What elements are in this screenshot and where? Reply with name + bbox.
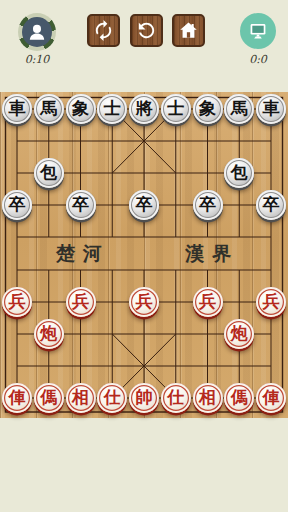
river-label-right: 漢界	[177, 241, 239, 267]
piece-red-f5r9[interactable]: 仕	[161, 383, 191, 413]
person-icon	[26, 21, 48, 43]
sync-arrows-icon	[92, 19, 115, 42]
player-timer: 0:10	[16, 53, 58, 66]
piece-red-f0r6[interactable]: 兵	[2, 287, 32, 317]
piece-red-f0r9[interactable]: 俥	[2, 383, 32, 413]
piece-red-f4r6[interactable]: 兵	[129, 287, 159, 317]
piece-red-f2r9[interactable]: 相	[66, 383, 96, 413]
piece-black-f1r0[interactable]: 馬	[34, 94, 64, 124]
piece-black-f6r3[interactable]: 卒	[193, 190, 223, 220]
piece-red-f4r9[interactable]: 帥	[129, 383, 159, 413]
piece-black-f1r2[interactable]: 包	[34, 158, 64, 188]
piece-red-f8r9[interactable]: 俥	[256, 383, 286, 413]
piece-black-f8r3[interactable]: 卒	[256, 190, 286, 220]
piece-black-f2r3[interactable]: 卒	[66, 190, 96, 220]
piece-black-f2r0[interactable]: 象	[66, 94, 96, 124]
piece-red-f1r9[interactable]: 傌	[34, 383, 64, 413]
piece-black-f6r0[interactable]: 象	[193, 94, 223, 124]
piece-black-f0r3[interactable]: 卒	[2, 190, 32, 220]
river-label-left: 楚河	[48, 241, 110, 267]
piece-black-f5r0[interactable]: 士	[161, 94, 191, 124]
computer-opponent-badge	[240, 13, 276, 49]
board-grid	[0, 92, 288, 418]
player-avatar	[22, 17, 52, 47]
home-button[interactable]	[172, 14, 205, 47]
board: 楚河 漢界 車馬象士將士象馬車包包卒卒卒卒卒兵兵兵兵兵炮炮俥傌相仕帥仕相傌俥	[0, 92, 288, 418]
piece-black-f0r0[interactable]: 車	[2, 94, 32, 124]
swap-sides-button[interactable]	[87, 14, 120, 47]
piece-red-f6r9[interactable]: 相	[193, 383, 223, 413]
home-icon	[177, 19, 200, 42]
computer-monitor-icon	[246, 19, 270, 43]
computer-timer: 0:0	[238, 53, 278, 66]
piece-black-f4r0[interactable]: 將	[129, 94, 159, 124]
undo-button[interactable]	[130, 14, 163, 47]
undo-arrow-icon	[135, 19, 158, 42]
piece-red-f1r7[interactable]: 炮	[34, 319, 64, 349]
player-timer-ring	[18, 13, 56, 51]
piece-red-f2r6[interactable]: 兵	[66, 287, 96, 317]
piece-red-f6r6[interactable]: 兵	[193, 287, 223, 317]
piece-red-f8r6[interactable]: 兵	[256, 287, 286, 317]
piece-black-f8r0[interactable]: 車	[256, 94, 286, 124]
piece-black-f4r3[interactable]: 卒	[129, 190, 159, 220]
